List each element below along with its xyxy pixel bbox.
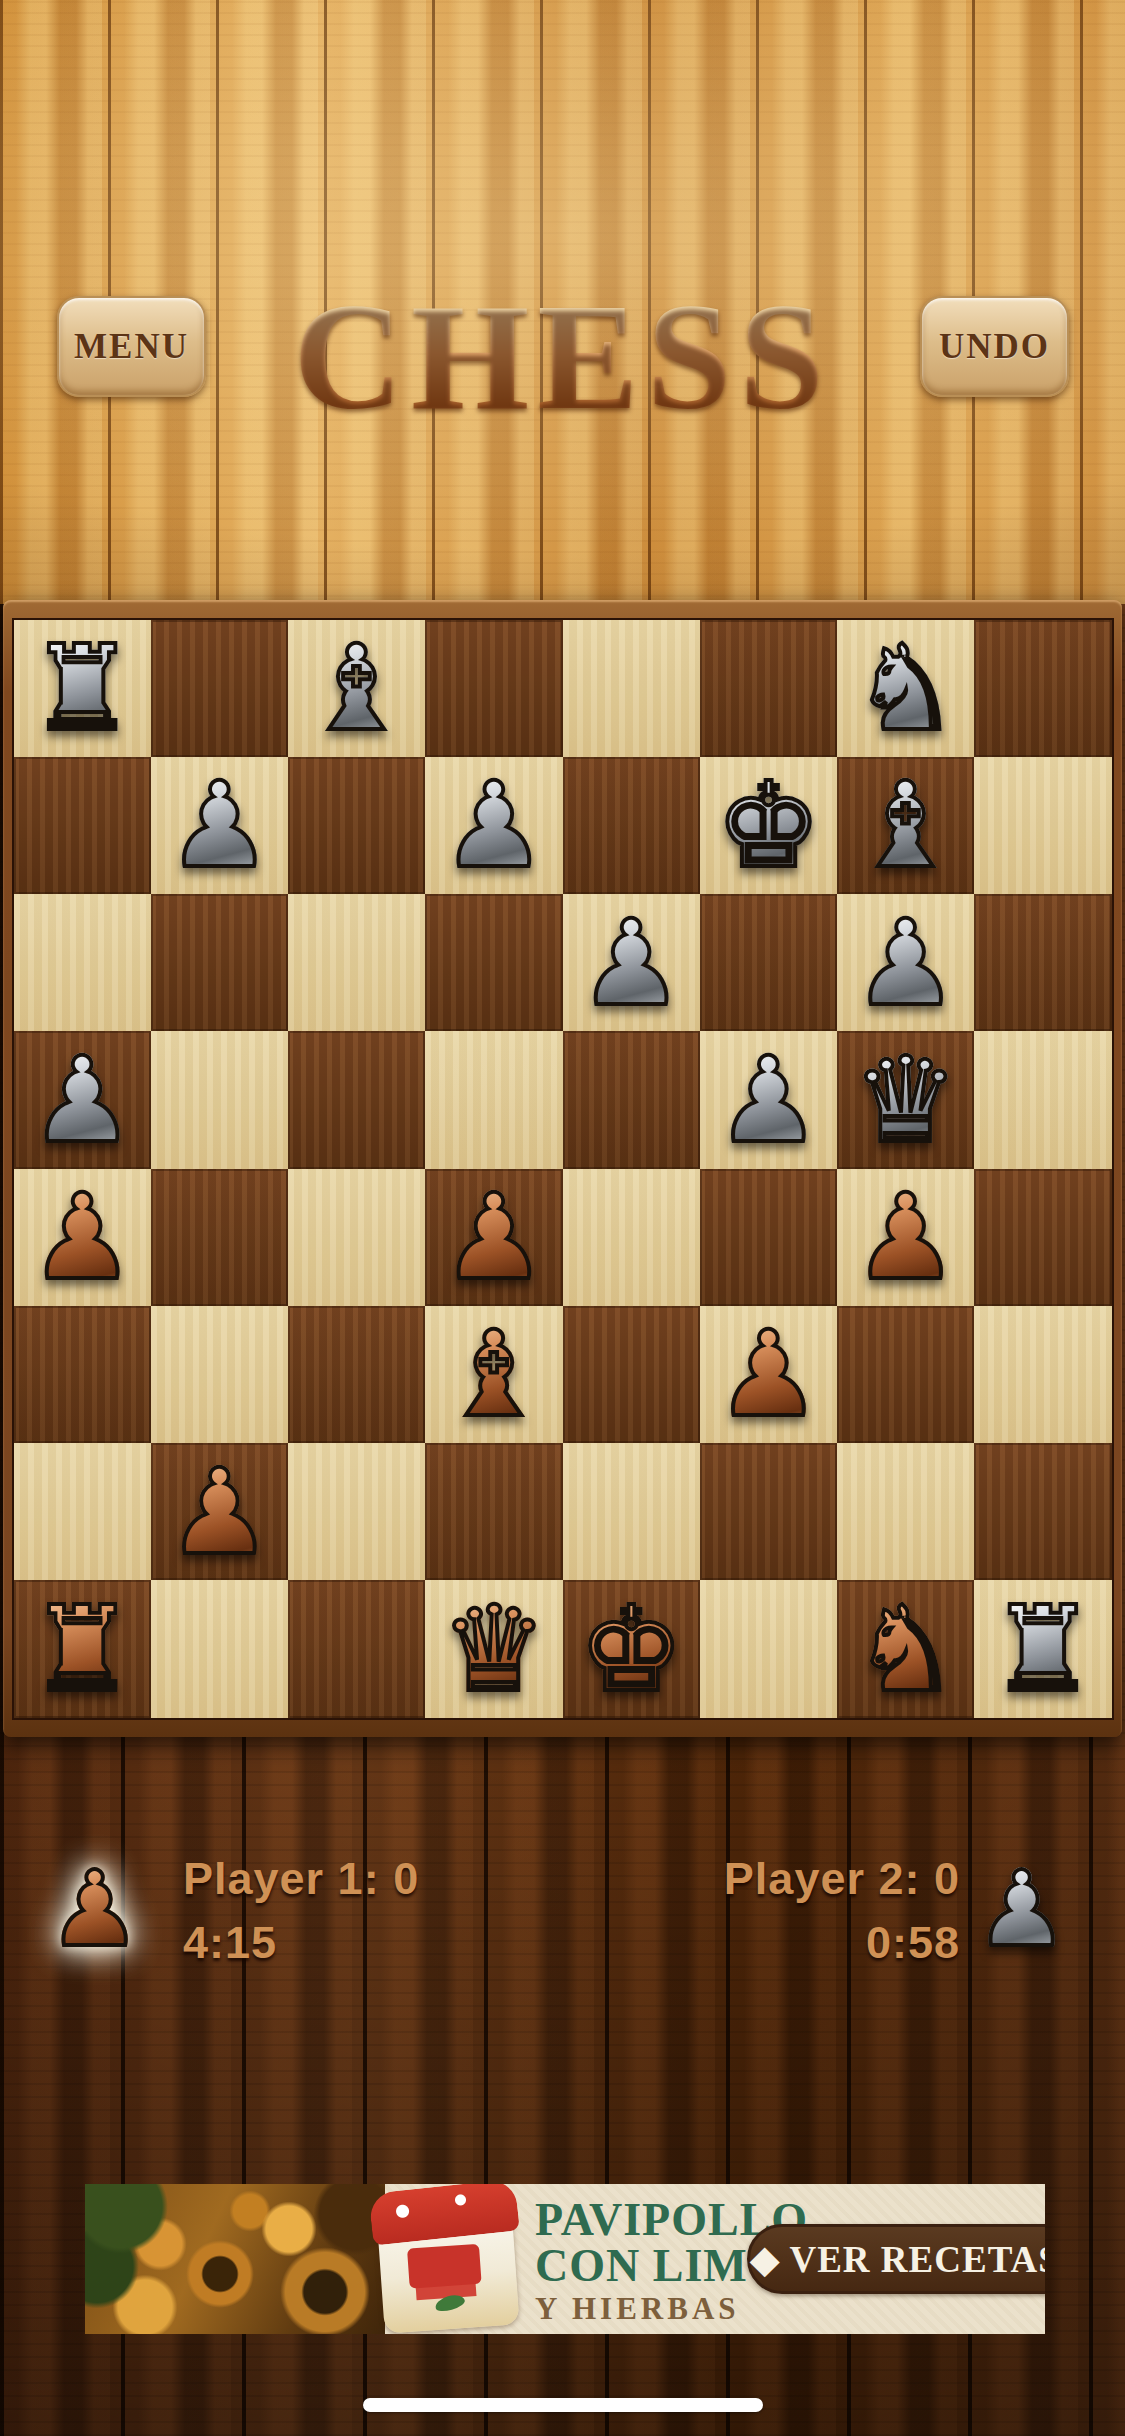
bronze-king-e1[interactable]: ♚ <box>578 1590 684 1708</box>
square-d6[interactable] <box>425 894 562 1031</box>
square-h6[interactable] <box>974 894 1111 1031</box>
silver-knight-g8[interactable]: ♞ <box>853 629 959 747</box>
square-f2[interactable] <box>700 1443 837 1580</box>
player1-score: Player 1: 0 <box>183 1853 419 1905</box>
square-d8[interactable] <box>425 620 562 757</box>
silver-pawn-b7[interactable]: ♟ <box>166 766 272 884</box>
square-h4[interactable] <box>974 1169 1111 1306</box>
square-d5[interactable] <box>425 1031 562 1168</box>
undo-button[interactable]: UNDO <box>920 296 1069 397</box>
square-g7[interactable]: ♝ <box>837 757 974 894</box>
player1-pawn-icon: ♟ <box>48 1857 141 1961</box>
square-a6[interactable] <box>14 894 151 1031</box>
square-g2[interactable] <box>837 1443 974 1580</box>
square-f7[interactable]: ♚ <box>700 757 837 894</box>
silver-pawn-g6[interactable]: ♟ <box>853 904 959 1022</box>
square-f4[interactable] <box>700 1169 837 1306</box>
square-a8[interactable]: ♜ <box>14 620 151 757</box>
square-h7[interactable] <box>974 757 1111 894</box>
ad-package-leaf <box>434 2292 467 2314</box>
square-d3[interactable]: ♝ <box>425 1306 562 1443</box>
chess-app-screen: MENU CHESS UNDO ♜♝♞♟♟♚♝♟♟♟♟♛♟♟♟♝♟♟♜♛♚♞♜ … <box>0 0 1125 2436</box>
bronze-pawn-b2[interactable]: ♟ <box>166 1453 272 1571</box>
bronze-pawn-a4[interactable]: ♟ <box>29 1178 135 1296</box>
square-c5[interactable] <box>288 1031 425 1168</box>
square-g4[interactable]: ♟ <box>837 1169 974 1306</box>
silver-pawn-e6[interactable]: ♟ <box>578 904 684 1022</box>
bronze-pawn-g4[interactable]: ♟ <box>853 1178 959 1296</box>
silver-rook-a8[interactable]: ♜ <box>29 629 135 747</box>
square-f1[interactable] <box>700 1580 837 1717</box>
ad-package-cap <box>368 2184 520 2246</box>
player2-clock: 0:58 <box>715 1917 960 1969</box>
square-b1[interactable] <box>151 1580 288 1717</box>
silver-bishop-c8[interactable]: ♝ <box>304 629 410 747</box>
square-g3[interactable] <box>837 1306 974 1443</box>
square-h1[interactable]: ♜ <box>974 1580 1111 1717</box>
square-e5[interactable] <box>563 1031 700 1168</box>
bronze-bishop-d3[interactable]: ♝ <box>441 1315 547 1433</box>
square-g8[interactable]: ♞ <box>837 620 974 757</box>
home-indicator[interactable] <box>363 2398 763 2412</box>
square-g5[interactable]: ♛ <box>837 1031 974 1168</box>
ad-package-brand-badge <box>407 2244 482 2289</box>
silver-pawn-d7[interactable]: ♟ <box>441 766 547 884</box>
square-f6[interactable] <box>700 894 837 1031</box>
square-a4[interactable]: ♟ <box>14 1169 151 1306</box>
square-b6[interactable] <box>151 894 288 1031</box>
bronze-pawn-f3[interactable]: ♟ <box>715 1315 821 1433</box>
square-c6[interactable] <box>288 894 425 1031</box>
square-h2[interactable] <box>974 1443 1111 1580</box>
square-e7[interactable] <box>563 757 700 894</box>
square-h8[interactable] <box>974 620 1111 757</box>
square-e1[interactable]: ♚ <box>563 1580 700 1717</box>
square-f5[interactable]: ♟ <box>700 1031 837 1168</box>
ad-cta-button[interactable]: ◆ VER RECETAS ◆ <box>747 2224 1045 2294</box>
bronze-knight-g1[interactable]: ♞ <box>853 1590 959 1708</box>
square-f8[interactable] <box>700 620 837 757</box>
undo-button-label: UNDO <box>939 327 1050 367</box>
bronze-pawn-d4[interactable]: ♟ <box>441 1178 547 1296</box>
square-g6[interactable]: ♟ <box>837 894 974 1031</box>
square-a7[interactable] <box>14 757 151 894</box>
bronze-queen-d1[interactable]: ♛ <box>441 1590 547 1708</box>
square-a3[interactable] <box>14 1306 151 1443</box>
player1-clock: 4:15 <box>183 1917 277 1969</box>
square-g1[interactable]: ♞ <box>837 1580 974 1717</box>
square-h5[interactable] <box>974 1031 1111 1168</box>
chess-board-frame: ♜♝♞♟♟♚♝♟♟♟♟♛♟♟♟♝♟♟♜♛♚♞♜ <box>3 600 1122 1737</box>
silver-pawn-a5[interactable]: ♟ <box>29 1041 135 1159</box>
square-e6[interactable]: ♟ <box>563 894 700 1031</box>
silver-pawn-f5[interactable]: ♟ <box>715 1041 821 1159</box>
silver-rook-h1[interactable]: ♜ <box>990 1590 1096 1708</box>
square-d4[interactable]: ♟ <box>425 1169 562 1306</box>
players-bar: ♟ Player 1: 0 4:15 Player 2: 0 0:58 ♟ <box>0 1845 1125 2005</box>
ad-product-package <box>375 2189 519 2333</box>
silver-bishop-g7[interactable]: ♝ <box>853 766 959 884</box>
player2-score: Player 2: 0 <box>715 1853 960 1905</box>
square-b4[interactable] <box>151 1169 288 1306</box>
square-f3[interactable]: ♟ <box>700 1306 837 1443</box>
ad-banner[interactable]: PAVIPOLLO CON LIMÓN Y HIERBAS ◆ VER RECE… <box>85 2184 1045 2334</box>
ad-food-photo <box>85 2184 385 2334</box>
square-a2[interactable] <box>14 1443 151 1580</box>
square-d1[interactable]: ♛ <box>425 1580 562 1717</box>
square-d7[interactable]: ♟ <box>425 757 562 894</box>
square-d2[interactable] <box>425 1443 562 1580</box>
square-c4[interactable] <box>288 1169 425 1306</box>
ad-cta-label: ◆ VER RECETAS ◆ <box>750 2238 1045 2281</box>
square-c2[interactable] <box>288 1443 425 1580</box>
square-b5[interactable] <box>151 1031 288 1168</box>
square-a5[interactable]: ♟ <box>14 1031 151 1168</box>
square-c3[interactable] <box>288 1306 425 1443</box>
square-h3[interactable] <box>974 1306 1111 1443</box>
square-e4[interactable] <box>563 1169 700 1306</box>
silver-king-f7[interactable]: ♚ <box>715 766 821 884</box>
chess-board[interactable]: ♜♝♞♟♟♚♝♟♟♟♟♛♟♟♟♝♟♟♜♛♚♞♜ <box>12 618 1114 1720</box>
square-c1[interactable] <box>288 1580 425 1717</box>
square-e3[interactable] <box>563 1306 700 1443</box>
square-c7[interactable] <box>288 757 425 894</box>
square-c8[interactable]: ♝ <box>288 620 425 757</box>
bronze-rook-a1[interactable]: ♜ <box>29 1590 135 1708</box>
square-a1[interactable]: ♜ <box>14 1580 151 1717</box>
square-b7[interactable]: ♟ <box>151 757 288 894</box>
square-b3[interactable] <box>151 1306 288 1443</box>
square-e8[interactable] <box>563 620 700 757</box>
player2-pawn-icon: ♟ <box>975 1857 1068 1961</box>
ad-headline-3: Y HIERBAS <box>535 2290 819 2328</box>
square-b8[interactable] <box>151 620 288 757</box>
square-b2[interactable]: ♟ <box>151 1443 288 1580</box>
silver-queen-g5[interactable]: ♛ <box>853 1041 959 1159</box>
square-e2[interactable] <box>563 1443 700 1580</box>
